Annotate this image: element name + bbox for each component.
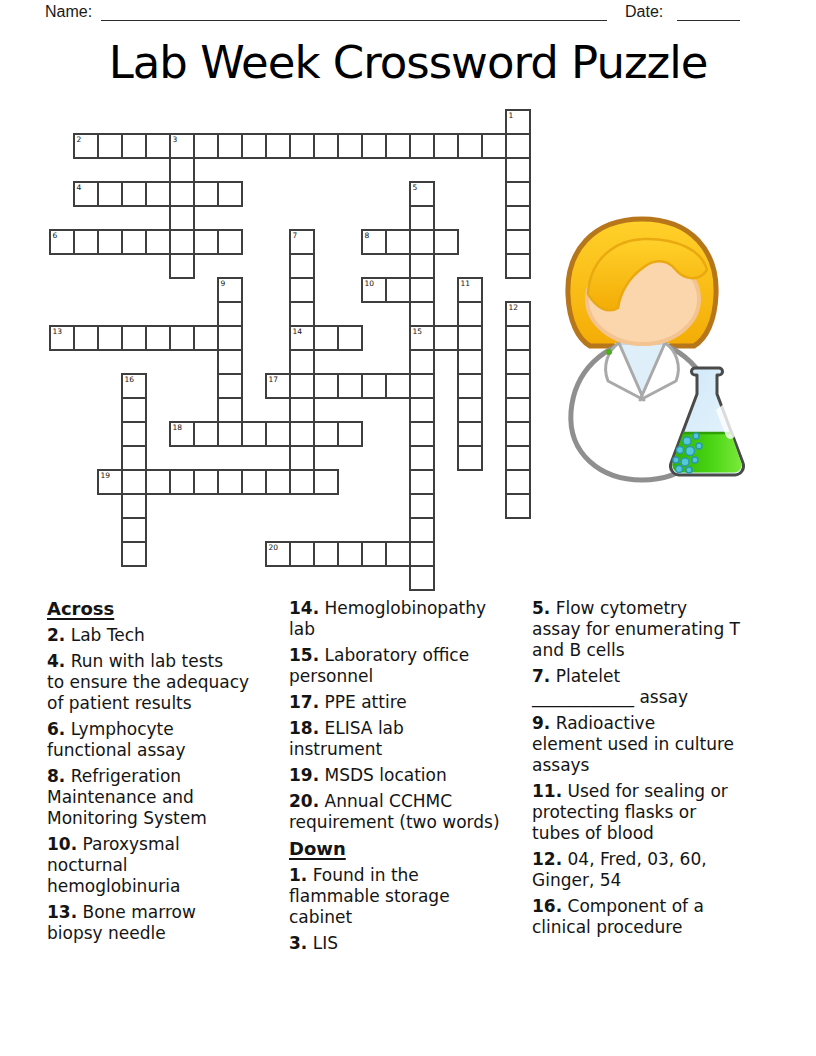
grid-cell-r9c17[interactable] (457, 325, 483, 351)
grid-cell-r15c19[interactable] (505, 469, 531, 495)
grid-cell-r5c6[interactable] (193, 229, 219, 255)
clue-across-10: 10. Paroxysmal nocturnal hemoglobinuria (47, 834, 287, 897)
grid-cell-r13c12[interactable] (337, 421, 363, 447)
grid-cell-r1c4[interactable] (145, 133, 171, 159)
grid-cell-r13c17[interactable] (457, 421, 483, 447)
clue-across-18: 18. ELISA lab instrument (289, 718, 531, 760)
grid-cell-r11c3[interactable]: 16 (121, 373, 147, 399)
grid-cell-r7c13[interactable]: 10 (361, 277, 387, 303)
grid-cell-r13c6[interactable] (193, 421, 219, 447)
grid-cell-r8c17[interactable] (457, 301, 483, 327)
grid-cell-r18c10[interactable] (289, 541, 315, 567)
grid-cell-r11c12[interactable] (337, 373, 363, 399)
clue-down-5: 5. Flow cytometry assay for enumerating … (532, 598, 777, 661)
cell-number-19: 19 (101, 471, 111, 480)
grid-cell-r11c17[interactable] (457, 373, 483, 399)
grid-cell-r10c19[interactable] (505, 349, 531, 375)
clue-across-13: 13. Bone marrow biopsy needle (47, 902, 287, 944)
clue-column-1: Across2. Lab Tech4. Run with lab tests t… (47, 598, 287, 949)
date-blank-line[interactable] (677, 20, 740, 21)
grid-cell-r6c5[interactable] (169, 253, 195, 279)
grid-cell-r1c8[interactable] (241, 133, 267, 159)
clue-number: 10. (47, 834, 77, 854)
grid-cell-r9c12[interactable] (337, 325, 363, 351)
clue-number: 13. (47, 902, 77, 922)
cell-number-7: 7 (293, 231, 298, 240)
grid-cell-r3c15[interactable]: 5 (409, 181, 435, 207)
grid-cell-r10c7[interactable] (217, 349, 243, 375)
page-title: Lab Week Crossword Puzzle (0, 36, 816, 89)
grid-cell-r5c4[interactable] (145, 229, 171, 255)
grid-cell-r3c2[interactable] (97, 181, 123, 207)
clue-number: 4. (47, 651, 65, 671)
clue-across-2: 2. Lab Tech (47, 625, 287, 646)
crossword-grid: 1234567891011121314151617181920 (49, 109, 532, 592)
grid-cell-r13c10[interactable] (289, 421, 315, 447)
grid-cell-r5c13[interactable]: 8 (361, 229, 387, 255)
date-label: Date: (625, 3, 663, 21)
grid-cell-r8c7[interactable] (217, 301, 243, 327)
name-blank-line[interactable] (101, 20, 607, 21)
lab-technician-illustration (556, 210, 756, 495)
grid-cell-r11c19[interactable] (505, 373, 531, 399)
cell-number-12: 12 (509, 303, 519, 312)
grid-cell-r1c6[interactable] (193, 133, 219, 159)
grid-cell-r5c2[interactable] (97, 229, 123, 255)
worksheet-page: Name: Date: Lab Week Crossword Puzzle 12… (0, 0, 816, 1056)
cell-number-11: 11 (461, 279, 471, 288)
clue-across-6: 6. Lymphocyte functional assay (47, 719, 287, 761)
clue-across-20: 20. Annual CCHMC requirement (two words) (289, 791, 531, 833)
grid-cell-r6c10[interactable] (289, 253, 315, 279)
grid-cell-r9c19[interactable] (505, 325, 531, 351)
grid-cell-r7c15[interactable] (409, 277, 435, 303)
grid-cell-r7c7[interactable]: 9 (217, 277, 243, 303)
grid-cell-r1c9[interactable] (265, 133, 291, 159)
cell-number-6: 6 (53, 231, 58, 240)
grid-cell-r14c17[interactable] (457, 445, 483, 471)
grid-cell-r17c15[interactable] (409, 517, 435, 543)
clue-down-9: 9. Radioactive element used in culture a… (532, 713, 777, 776)
grid-cell-r14c19[interactable] (505, 445, 531, 471)
cell-number-17: 17 (269, 375, 279, 384)
grid-cell-r1c13[interactable] (361, 133, 387, 159)
cell-number-15: 15 (413, 327, 423, 336)
grid-cell-r5c15[interactable] (409, 229, 435, 255)
grid-cell-r11c13[interactable] (361, 373, 387, 399)
across-header: Across (47, 598, 287, 619)
grid-cell-r10c17[interactable] (457, 349, 483, 375)
grid-cell-r5c5[interactable] (169, 229, 195, 255)
grid-cell-r11c10[interactable] (289, 373, 315, 399)
grid-cell-r0c19[interactable]: 1 (505, 109, 531, 135)
grid-cell-r13c5[interactable]: 18 (169, 421, 195, 447)
grid-cell-r1c18[interactable] (481, 133, 507, 159)
grid-cell-r2c19[interactable] (505, 157, 531, 183)
clue-down-3: 3. LIS (289, 933, 531, 954)
grid-cell-r5c3[interactable] (121, 229, 147, 255)
clue-across-8: 8. Refrigeration Maintenance and Monitor… (47, 766, 287, 829)
clue-number: 5. (532, 598, 550, 618)
grid-cell-r4c15[interactable] (409, 205, 435, 231)
grid-cell-r10c10[interactable] (289, 349, 315, 375)
grid-cell-r15c4[interactable] (145, 469, 171, 495)
grid-cell-r18c3[interactable] (121, 541, 147, 567)
grid-cell-r18c9[interactable]: 20 (265, 541, 291, 567)
grid-cell-r5c14[interactable] (385, 229, 411, 255)
grid-cell-r9c0[interactable]: 13 (49, 325, 75, 351)
grid-cell-r5c1[interactable] (73, 229, 99, 255)
grid-cell-r14c15[interactable] (409, 445, 435, 471)
grid-cell-r15c7[interactable] (217, 469, 243, 495)
grid-cell-r11c7[interactable] (217, 373, 243, 399)
grid-cell-r9c15[interactable]: 15 (409, 325, 435, 351)
grid-cell-r7c10[interactable] (289, 277, 315, 303)
clue-across-15: 15. Laboratory office personnel (289, 645, 531, 687)
grid-cell-r1c15[interactable] (409, 133, 435, 159)
grid-cell-r15c5[interactable] (169, 469, 195, 495)
clue-down-1: 1. Found in the flammable storage cabine… (289, 865, 531, 928)
grid-cell-r15c3[interactable] (121, 469, 147, 495)
clue-number: 11. (532, 781, 562, 801)
grid-cell-r15c6[interactable] (193, 469, 219, 495)
grid-cell-r5c16[interactable] (433, 229, 459, 255)
clue-down-12: 12. 04, Fred, 03, 60, Ginger, 54 (532, 849, 777, 891)
grid-cell-r13c8[interactable] (241, 421, 267, 447)
grid-cell-r1c1[interactable]: 2 (73, 133, 99, 159)
grid-cell-r17c3[interactable] (121, 517, 147, 543)
clue-down-7: 7. Platelet ____________ assay (532, 666, 777, 708)
cell-number-3: 3 (173, 135, 178, 144)
grid-cell-r11c9[interactable]: 17 (265, 373, 291, 399)
cell-number-18: 18 (173, 423, 183, 432)
cell-number-10: 10 (365, 279, 375, 288)
clue-down-16: 16. Component of a clinical procedure (532, 896, 777, 938)
grid-cell-r5c19[interactable] (505, 229, 531, 255)
grid-cell-r13c11[interactable] (313, 421, 339, 447)
cell-number-13: 13 (53, 327, 63, 336)
grid-cell-r9c7[interactable] (217, 325, 243, 351)
grid-cell-r18c15[interactable] (409, 541, 435, 567)
down-header: Down (289, 838, 531, 859)
grid-cell-r14c3[interactable] (121, 445, 147, 471)
clue-number: 19. (289, 765, 319, 785)
grid-cell-r15c2[interactable]: 19 (97, 469, 123, 495)
grid-cell-r1c10[interactable] (289, 133, 315, 159)
grid-cell-r8c15[interactable] (409, 301, 435, 327)
clue-across-19: 19. MSDS location (289, 765, 531, 786)
grid-cell-r12c10[interactable] (289, 397, 315, 423)
grid-cell-r9c3[interactable] (121, 325, 147, 351)
grid-cell-r1c14[interactable] (385, 133, 411, 159)
grid-cell-r1c5[interactable]: 3 (169, 133, 195, 159)
grid-cell-r13c7[interactable] (217, 421, 243, 447)
grid-cell-r16c3[interactable] (121, 493, 147, 519)
clue-number: 1. (289, 865, 307, 885)
cell-number-4: 4 (77, 183, 82, 192)
grid-cell-r3c5[interactable] (169, 181, 195, 207)
grid-cell-r16c15[interactable] (409, 493, 435, 519)
grid-cell-r15c11[interactable] (313, 469, 339, 495)
grid-cell-r5c7[interactable] (217, 229, 243, 255)
grid-cell-r9c10[interactable]: 14 (289, 325, 315, 351)
grid-cell-r5c0[interactable]: 6 (49, 229, 75, 255)
grid-cell-r18c11[interactable] (313, 541, 339, 567)
clue-number: 3. (289, 933, 307, 953)
grid-cell-r3c7[interactable] (217, 181, 243, 207)
grid-cell-r13c19[interactable] (505, 421, 531, 447)
cell-number-16: 16 (125, 375, 135, 384)
grid-cell-r11c15[interactable] (409, 373, 435, 399)
grid-cell-r4c5[interactable] (169, 205, 195, 231)
grid-cell-r8c19[interactable]: 12 (505, 301, 531, 327)
grid-cell-r15c10[interactable] (289, 469, 315, 495)
grid-cell-r9c16[interactable] (433, 325, 459, 351)
grid-cell-r15c8[interactable] (241, 469, 267, 495)
clue-across-14: 14. Hemoglobinopathy lab (289, 598, 531, 640)
grid-cell-r6c15[interactable] (409, 253, 435, 279)
grid-cell-r1c17[interactable] (457, 133, 483, 159)
grid-cell-r5c10[interactable]: 7 (289, 229, 315, 255)
grid-cell-r10c15[interactable] (409, 349, 435, 375)
clue-number: 9. (532, 713, 550, 733)
grid-cell-r3c6[interactable] (193, 181, 219, 207)
clue-column-2: 14. Hemoglobinopathy lab15. Laboratory o… (289, 598, 531, 959)
clue-number: 6. (47, 719, 65, 739)
cell-number-2: 2 (77, 135, 82, 144)
clue-number: 12. (532, 849, 562, 869)
grid-cell-r9c2[interactable] (97, 325, 123, 351)
clue-column-3: 5. Flow cytometry assay for enumerating … (532, 598, 777, 943)
grid-cell-r8c10[interactable] (289, 301, 315, 327)
grid-cell-r1c2[interactable] (97, 133, 123, 159)
clue-number: 14. (289, 598, 319, 618)
grid-cell-r11c14[interactable] (385, 373, 411, 399)
grid-cell-r3c3[interactable] (121, 181, 147, 207)
grid-cell-r19c15[interactable] (409, 565, 435, 591)
grid-cell-r3c1[interactable]: 4 (73, 181, 99, 207)
grid-cell-r18c14[interactable] (385, 541, 411, 567)
grid-cell-r1c12[interactable] (337, 133, 363, 159)
clue-number: 8. (47, 766, 65, 786)
grid-cell-r2c5[interactable] (169, 157, 195, 183)
grid-cell-r1c7[interactable] (217, 133, 243, 159)
clue-across-17: 17. PPE attire (289, 692, 531, 713)
grid-cell-r9c1[interactable] (73, 325, 99, 351)
cell-number-9: 9 (221, 279, 226, 288)
grid-cell-r12c3[interactable] (121, 397, 147, 423)
grid-cell-r12c7[interactable] (217, 397, 243, 423)
clue-down-11: 11. Used for sealing or protecting flask… (532, 781, 777, 844)
grid-cell-r4c19[interactable] (505, 205, 531, 231)
clue-number: 18. (289, 718, 319, 738)
cell-number-8: 8 (365, 231, 370, 240)
clue-number: 20. (289, 791, 319, 811)
grid-cell-r12c15[interactable] (409, 397, 435, 423)
grid-cell-r11c11[interactable] (313, 373, 339, 399)
cell-number-20: 20 (269, 543, 279, 552)
grid-cell-r18c13[interactable] (361, 541, 387, 567)
clue-number: 16. (532, 896, 562, 916)
grid-cell-r3c4[interactable] (145, 181, 171, 207)
grid-cell-r14c10[interactable] (289, 445, 315, 471)
grid-cell-r13c15[interactable] (409, 421, 435, 447)
grid-cell-r1c16[interactable] (433, 133, 459, 159)
cell-number-14: 14 (293, 327, 303, 336)
name-label: Name: (45, 3, 92, 21)
clue-number: 15. (289, 645, 319, 665)
grid-cell-r13c9[interactable] (265, 421, 291, 447)
grid-cell-r6c19[interactable] (505, 253, 531, 279)
cell-number-5: 5 (413, 183, 418, 192)
grid-cell-r3c19[interactable] (505, 181, 531, 207)
clue-number: 7. (532, 666, 550, 686)
grid-cell-r15c15[interactable] (409, 469, 435, 495)
grid-cell-r13c3[interactable] (121, 421, 147, 447)
grid-cell-r7c17[interactable]: 11 (457, 277, 483, 303)
grid-cell-r9c6[interactable] (193, 325, 219, 351)
grid-cell-r7c14[interactable] (385, 277, 411, 303)
grid-cell-r18c12[interactable] (337, 541, 363, 567)
grid-cell-r16c19[interactable] (505, 493, 531, 519)
grid-cell-r1c3[interactable] (121, 133, 147, 159)
grid-cell-r9c4[interactable] (145, 325, 171, 351)
clue-number: 2. (47, 625, 65, 645)
grid-cell-r9c5[interactable] (169, 325, 195, 351)
lapel-pin (606, 349, 612, 355)
grid-cell-r12c17[interactable] (457, 397, 483, 423)
cell-number-1: 1 (509, 111, 514, 120)
grid-cell-r12c19[interactable] (505, 397, 531, 423)
grid-cell-r9c11[interactable] (313, 325, 339, 351)
grid-cell-r1c11[interactable] (313, 133, 339, 159)
clue-number: 17. (289, 692, 319, 712)
grid-cell-r15c9[interactable] (265, 469, 291, 495)
grid-cell-r1c19[interactable] (505, 133, 531, 159)
clue-across-4: 4. Run with lab tests to ensure the adeq… (47, 651, 287, 714)
